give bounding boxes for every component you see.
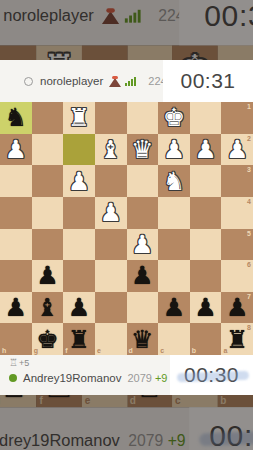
chess-board[interactable]: ♞♜♚1♟♝♛♟♟♟2♟♞3♟4♟5♟♟6♟♝♟♟♟♟7h♚g♜fe♛dcb♜8…	[0, 102, 253, 355]
square-g6[interactable]: ♟	[32, 260, 64, 292]
player-rating-bottom: 2079	[127, 372, 151, 384]
square-g4[interactable]	[32, 197, 64, 229]
rank-label-1: 1	[247, 103, 251, 110]
square-g5[interactable]	[32, 229, 64, 261]
square-h6[interactable]	[0, 260, 32, 292]
square-a6[interactable]: 6	[221, 260, 253, 292]
square-d2[interactable]: ♛	[127, 134, 159, 166]
rank-label-5: 5	[247, 230, 251, 237]
white-bishop: ♝	[95, 134, 127, 166]
player-info-bottom: Andrey19Romanov 2079 +9	[9, 372, 167, 384]
captured-pieces-row: ♖ +5	[9, 358, 29, 368]
square-c4[interactable]	[158, 197, 190, 229]
square-h8[interactable]: h	[0, 323, 32, 355]
captured-rook-icon: ♖	[9, 358, 18, 368]
rank-label-8: 8	[247, 324, 251, 331]
rank-label-7: 7	[247, 293, 251, 300]
black-pawn: ♟	[127, 260, 159, 292]
white-pawn: ♟	[127, 229, 159, 261]
material-advantage: +5	[19, 358, 29, 368]
game-screen: noroleplayer 2248 -9 00:31 ♞♜♚1♟♝♛♟♟♟2♟♞…	[0, 60, 253, 395]
rank-label-4: 4	[247, 198, 251, 205]
square-e7[interactable]	[95, 292, 127, 324]
square-g2[interactable]	[32, 134, 64, 166]
square-f7[interactable]: ♟	[63, 292, 95, 324]
white-pawn: ♟	[0, 134, 32, 166]
rank-label-3: 3	[247, 166, 251, 173]
white-queen: ♛	[127, 134, 159, 166]
square-h4[interactable]	[0, 197, 32, 229]
square-g1[interactable]	[32, 102, 64, 134]
square-c8[interactable]: c	[158, 323, 190, 355]
square-d7[interactable]	[127, 292, 159, 324]
black-pawn: ♟	[0, 292, 32, 324]
signal-bars-icon	[125, 77, 137, 86]
square-c5[interactable]	[158, 229, 190, 261]
black-pawn: ♟	[158, 292, 190, 324]
main-ui-mount: noroleplayer 2248 -9 00:31 ♞♜♚1♟♝♛♟♟♟2♟♞…	[0, 60, 253, 395]
file-label-h: h	[2, 347, 6, 354]
square-f2[interactable]	[63, 134, 95, 166]
square-e3[interactable]	[95, 165, 127, 197]
square-e4[interactable]: ♟	[95, 197, 127, 229]
volcano-flair-icon	[109, 76, 121, 87]
square-g3[interactable]	[32, 165, 64, 197]
square-b2[interactable]: ♟	[190, 134, 222, 166]
square-d3[interactable]	[127, 165, 159, 197]
square-b3[interactable]	[190, 165, 222, 197]
square-e8[interactable]: e	[95, 323, 127, 355]
square-a7[interactable]: ♟7	[221, 292, 253, 324]
clock-bottom-time: 00:30	[184, 363, 239, 387]
file-label-b: b	[192, 347, 196, 354]
square-b5[interactable]	[190, 229, 222, 261]
white-pawn: ♟	[63, 165, 95, 197]
square-f3[interactable]: ♟	[63, 165, 95, 197]
square-b6[interactable]	[190, 260, 222, 292]
square-f8[interactable]: ♜f	[63, 323, 95, 355]
file-label-c: c	[160, 347, 164, 354]
rank-label-6: 6	[247, 261, 251, 268]
square-a3[interactable]: 3	[221, 165, 253, 197]
square-c1[interactable]: ♚	[158, 102, 190, 134]
clock-top-time: 00:31	[180, 69, 235, 93]
white-pawn: ♟	[190, 134, 222, 166]
file-label-g: g	[34, 347, 38, 354]
square-c6[interactable]	[158, 260, 190, 292]
file-label-f: f	[65, 347, 67, 354]
player-bar-top: noroleplayer 2248 -9 00:31	[0, 60, 253, 102]
clock-top: 00:31	[163, 60, 253, 102]
online-dot-icon	[9, 374, 17, 382]
square-a5[interactable]: 5	[221, 229, 253, 261]
white-king: ♚	[158, 102, 190, 134]
white-rook: ♜	[63, 102, 95, 134]
black-bishop: ♝	[32, 292, 64, 324]
square-d5[interactable]: ♟	[127, 229, 159, 261]
square-h1[interactable]: ♞	[0, 102, 32, 134]
file-label-e: e	[97, 347, 101, 354]
square-b7[interactable]: ♟	[190, 292, 222, 324]
square-e5[interactable]	[95, 229, 127, 261]
presence-ring-icon	[24, 77, 33, 86]
white-pawn: ♟	[95, 197, 127, 229]
rating-diff-bottom: +9	[155, 372, 168, 384]
white-knight: ♞	[158, 165, 190, 197]
square-f6[interactable]	[63, 260, 95, 292]
white-pawn: ♟	[158, 134, 190, 166]
square-e6[interactable]	[95, 260, 127, 292]
black-pawn: ♟	[32, 260, 64, 292]
player-name-top[interactable]: noroleplayer	[40, 75, 103, 87]
square-e1[interactable]	[95, 102, 127, 134]
square-g8[interactable]: ♚g	[32, 323, 64, 355]
black-pawn: ♟	[63, 292, 95, 324]
square-a1[interactable]: 1	[221, 102, 253, 134]
square-d1[interactable]	[127, 102, 159, 134]
square-a4[interactable]: 4	[221, 197, 253, 229]
square-d4[interactable]	[127, 197, 159, 229]
square-d6[interactable]: ♟	[127, 260, 159, 292]
square-a2[interactable]: ♟2	[221, 134, 253, 166]
square-d8[interactable]: ♛d	[127, 323, 159, 355]
black-pawn: ♟	[190, 292, 222, 324]
player-bar-bottom: ♖ +5 Andrey19Romanov 2079 +9 00:30	[0, 355, 253, 395]
square-h5[interactable]	[0, 229, 32, 261]
square-a8[interactable]: ♜8a	[221, 323, 253, 355]
square-f5[interactable]	[63, 229, 95, 261]
square-g7[interactable]: ♝	[32, 292, 64, 324]
rank-label-2: 2	[247, 135, 251, 142]
square-b8[interactable]: b	[190, 323, 222, 355]
square-e2[interactable]: ♝	[95, 134, 127, 166]
square-c3[interactable]: ♞	[158, 165, 190, 197]
square-b4[interactable]	[190, 197, 222, 229]
clock-bottom: 00:30	[170, 355, 253, 395]
square-h2[interactable]: ♟	[0, 134, 32, 166]
square-c7[interactable]: ♟	[158, 292, 190, 324]
file-label-d: d	[129, 347, 133, 354]
screenshot-stage: noroleplayer 2248 -9 00:31 ♞♜♚1♟♝♛♟♟♟2♟♞…	[0, 0, 253, 450]
square-b1[interactable]	[190, 102, 222, 134]
square-f1[interactable]: ♜	[63, 102, 95, 134]
square-f4[interactable]	[63, 197, 95, 229]
player-name-bottom[interactable]: Andrey19Romanov	[23, 372, 121, 384]
square-c2[interactable]: ♟	[158, 134, 190, 166]
square-h3[interactable]	[0, 165, 32, 197]
square-h7[interactable]: ♟	[0, 292, 32, 324]
file-label-a: a	[223, 347, 227, 354]
black-knight: ♞	[0, 102, 32, 134]
